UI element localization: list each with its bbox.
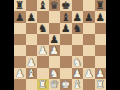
square-e5[interactable] (60, 34, 72, 45)
square-c3[interactable] (37, 56, 49, 67)
piece-black-pawn[interactable]: ♟ (15, 12, 24, 23)
square-g7[interactable]: ♟ (83, 11, 95, 22)
square-a6[interactable] (14, 23, 26, 34)
square-h5[interactable] (95, 34, 107, 45)
square-h2[interactable]: ♟ (95, 68, 107, 79)
piece-white-knight[interactable]: ♞ (50, 68, 59, 79)
square-f7[interactable]: ♟ (72, 11, 84, 22)
letterbox-right (106, 0, 120, 90)
piece-white-pawn[interactable]: ♟ (73, 68, 82, 79)
piece-white-bishop[interactable]: ♝ (27, 68, 36, 79)
chess-board: ♜♝♛♚♜♟♟♝♟♟♟♞♟♞♟♟♟♟♞♟♝♞♟♟♟♜♛♚♝♜ (14, 0, 106, 90)
square-f2[interactable]: ♟ (72, 68, 84, 79)
square-c1[interactable]: ♜ (37, 79, 49, 90)
piece-black-pawn[interactable]: ♟ (50, 34, 59, 45)
square-c7[interactable] (37, 11, 49, 22)
piece-white-pawn[interactable]: ♟ (38, 45, 47, 56)
letterbox-left (0, 0, 14, 90)
square-a3[interactable] (14, 56, 26, 67)
square-h4[interactable] (95, 45, 107, 56)
square-d3[interactable] (49, 56, 61, 67)
piece-black-knight[interactable]: ♞ (73, 23, 82, 34)
square-f6[interactable]: ♞ (72, 23, 84, 34)
square-b7[interactable]: ♟ (26, 11, 38, 22)
piece-black-king[interactable]: ♚ (61, 0, 70, 11)
square-d6[interactable] (49, 23, 61, 34)
square-c5[interactable] (37, 34, 49, 45)
square-g4[interactable] (83, 45, 95, 56)
square-e2[interactable] (60, 68, 72, 79)
piece-white-pawn[interactable]: ♟ (96, 68, 105, 79)
square-h7[interactable]: ♟ (95, 11, 107, 22)
square-d4[interactable]: ♟ (49, 45, 61, 56)
piece-white-pawn[interactable]: ♟ (15, 68, 24, 79)
piece-black-knight[interactable]: ♞ (38, 23, 47, 34)
square-b6[interactable] (26, 23, 38, 34)
piece-white-rook[interactable]: ♜ (38, 79, 47, 90)
square-c2[interactable] (37, 68, 49, 79)
square-f4[interactable] (72, 45, 84, 56)
square-c8[interactable]: ♝ (37, 0, 49, 11)
square-a2[interactable]: ♟ (14, 68, 26, 79)
square-b1[interactable] (26, 79, 38, 90)
square-h1[interactable]: ♜ (95, 79, 107, 90)
square-d1[interactable]: ♛ (49, 79, 61, 90)
square-g2[interactable]: ♟ (83, 68, 95, 79)
square-e6[interactable]: ♟ (60, 23, 72, 34)
piece-white-bishop[interactable]: ♝ (73, 79, 82, 90)
square-d5[interactable]: ♟ (49, 34, 61, 45)
piece-black-pawn[interactable]: ♟ (73, 12, 82, 23)
piece-white-pawn[interactable]: ♟ (50, 45, 59, 56)
square-e8[interactable]: ♚ (60, 0, 72, 11)
piece-white-queen[interactable]: ♛ (50, 79, 59, 90)
square-d7[interactable] (49, 11, 61, 22)
square-e3[interactable] (60, 56, 72, 67)
square-a1[interactable] (14, 79, 26, 90)
square-h6[interactable] (95, 23, 107, 34)
square-d2[interactable]: ♞ (49, 68, 61, 79)
square-f3[interactable]: ♞ (72, 56, 84, 67)
piece-black-pawn[interactable]: ♟ (27, 12, 36, 23)
square-g6[interactable] (83, 23, 95, 34)
square-b3[interactable]: ♟ (26, 56, 38, 67)
square-e1[interactable]: ♚ (60, 79, 72, 90)
square-f5[interactable] (72, 34, 84, 45)
square-h8[interactable]: ♜ (95, 0, 107, 11)
square-f1[interactable]: ♝ (72, 79, 84, 90)
square-c4[interactable]: ♟ (37, 45, 49, 56)
square-c6[interactable]: ♞ (37, 23, 49, 34)
app-background: ♜♝♛♚♜♟♟♝♟♟♟♞♟♞♟♟♟♟♞♟♝♞♟♟♟♜♛♚♝♜ (0, 0, 120, 90)
square-a7[interactable]: ♟ (14, 11, 26, 22)
square-a4[interactable] (14, 45, 26, 56)
piece-black-bishop[interactable]: ♝ (38, 0, 47, 11)
square-b2[interactable]: ♝ (26, 68, 38, 79)
piece-white-rook[interactable]: ♜ (96, 79, 105, 90)
piece-white-pawn[interactable]: ♟ (27, 57, 36, 68)
square-g3[interactable] (83, 56, 95, 67)
piece-black-bishop[interactable]: ♝ (61, 12, 70, 23)
square-a5[interactable] (14, 34, 26, 45)
square-h3[interactable] (95, 56, 107, 67)
piece-black-pawn[interactable]: ♟ (84, 12, 93, 23)
square-f8[interactable] (72, 0, 84, 11)
square-b8[interactable] (26, 0, 38, 11)
piece-black-rook[interactable]: ♜ (96, 0, 105, 11)
square-g5[interactable] (83, 34, 95, 45)
square-b4[interactable] (26, 45, 38, 56)
piece-white-pawn[interactable]: ♟ (84, 68, 93, 79)
square-b5[interactable] (26, 34, 38, 45)
square-d8[interactable]: ♛ (49, 0, 61, 11)
piece-black-pawn[interactable]: ♟ (96, 12, 105, 23)
piece-white-king[interactable]: ♚ (61, 79, 70, 90)
piece-black-rook[interactable]: ♜ (15, 0, 24, 11)
square-e4[interactable] (60, 45, 72, 56)
square-g1[interactable] (83, 79, 95, 90)
square-a8[interactable]: ♜ (14, 0, 26, 11)
piece-black-queen[interactable]: ♛ (50, 0, 59, 11)
piece-white-knight[interactable]: ♞ (73, 57, 82, 68)
piece-black-pawn[interactable]: ♟ (61, 23, 70, 34)
square-e7[interactable]: ♝ (60, 11, 72, 22)
square-g8[interactable] (83, 0, 95, 11)
